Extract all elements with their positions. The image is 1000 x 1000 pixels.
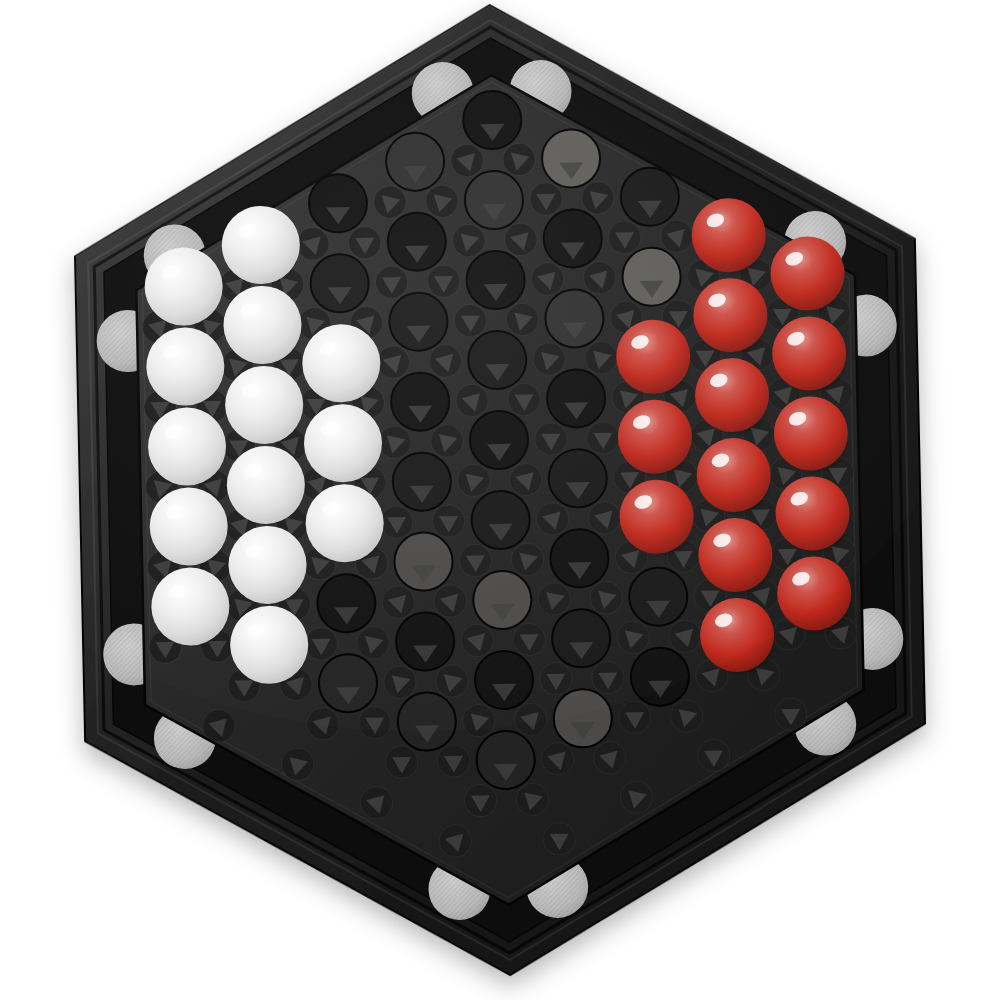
hole-depression	[545, 289, 604, 348]
hole-c5-r2[interactable]	[464, 170, 523, 229]
hole-c6-r8[interactable]	[553, 689, 612, 748]
hole-c7-r6[interactable]	[629, 567, 688, 626]
hole-c6-r1[interactable]	[541, 129, 600, 188]
hole-depression	[548, 449, 607, 508]
hole-c6-r4[interactable]	[546, 369, 605, 428]
hole-c3-r6[interactable]	[317, 574, 376, 633]
hole-c6-r3[interactable]	[545, 289, 604, 348]
hole-c4-r4[interactable]	[391, 372, 450, 431]
hole-c6-r2[interactable]	[543, 209, 602, 268]
hole-c4-r7[interactable]	[396, 612, 455, 671]
hole-depression	[622, 247, 681, 306]
hole-c5-r3[interactable]	[466, 250, 525, 309]
hole-depression	[308, 174, 367, 233]
hole-depression	[386, 132, 445, 191]
hole-depression	[464, 170, 523, 229]
hole-depression	[552, 609, 611, 668]
hole-c5-r7[interactable]	[473, 570, 532, 629]
hole-c5-r5[interactable]	[469, 410, 528, 469]
hole-depression	[629, 567, 688, 626]
hole-depression	[317, 574, 376, 633]
hole-c6-r5[interactable]	[548, 449, 607, 508]
hole-c4-r6[interactable]	[394, 532, 453, 591]
hole-depression	[543, 209, 602, 268]
hole-depression	[392, 452, 451, 511]
hole-depression	[394, 532, 453, 591]
hole-depression	[387, 212, 446, 271]
hole-c4-r3[interactable]	[389, 292, 448, 351]
hole-depression	[546, 369, 605, 428]
hole-c5-r6[interactable]	[471, 490, 530, 549]
hole-c5-r1[interactable]	[463, 90, 522, 149]
hole-depression	[389, 292, 448, 351]
hole-depression	[620, 167, 679, 226]
hole-c4-r5[interactable]	[392, 452, 451, 511]
hole-depression	[391, 372, 450, 431]
hole-depression	[466, 250, 525, 309]
hole-depression	[469, 410, 528, 469]
hole-c7-r1[interactable]	[620, 167, 679, 226]
board-canvas	[0, 0, 1000, 1000]
hole-depression	[550, 529, 609, 588]
hole-depression	[553, 689, 612, 748]
hole-depression	[471, 490, 530, 549]
hole-depression	[476, 730, 535, 789]
hole-c3-r2[interactable]	[310, 254, 369, 313]
hole-c4-r2[interactable]	[387, 212, 446, 271]
hole-depression	[318, 654, 377, 713]
hole-c5-r9[interactable]	[476, 730, 535, 789]
hole-c7-r2[interactable]	[622, 247, 681, 306]
hole-depression	[310, 254, 369, 313]
hole-depression	[474, 650, 533, 709]
abalone-board-photo	[0, 0, 1000, 1000]
hole-c4-r8[interactable]	[397, 692, 456, 751]
hole-depression	[463, 90, 522, 149]
board-root	[0, 0, 1000, 988]
hole-c3-r1[interactable]	[308, 174, 367, 233]
hole-depression	[630, 647, 689, 706]
hole-depression	[468, 330, 527, 389]
hole-depression	[541, 129, 600, 188]
hole-depression	[473, 570, 532, 629]
hole-c7-r7[interactable]	[630, 647, 689, 706]
hole-c6-r7[interactable]	[552, 609, 611, 668]
hole-c4-r1[interactable]	[386, 132, 445, 191]
hole-c6-r6[interactable]	[550, 529, 609, 588]
hole-c3-r7[interactable]	[318, 654, 377, 713]
hole-depression	[396, 612, 455, 671]
hole-c5-r8[interactable]	[474, 650, 533, 709]
hole-c5-r4[interactable]	[468, 330, 527, 389]
hole-depression	[397, 692, 456, 751]
